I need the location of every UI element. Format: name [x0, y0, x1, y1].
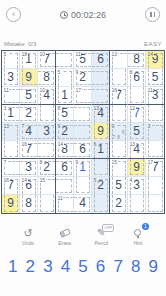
- cage-sum: 4: [129, 178, 133, 184]
- cage-sum: 14: [21, 178, 28, 184]
- cell-r7c6[interactable]: [92, 159, 110, 177]
- cage-sum: 8: [57, 106, 61, 112]
- cell-r3c1[interactable]: 11: [2, 87, 20, 105]
- mistake-label: Mistake:: [4, 41, 26, 47]
- status-row: Mistake: 0/3 EASY: [4, 41, 162, 47]
- cell-r2c5[interactable]: 92: [74, 69, 92, 87]
- cell-r5c8[interactable]: 5: [128, 123, 146, 141]
- cell-r8c3[interactable]: 15: [38, 177, 56, 195]
- mistake-value: 0/3: [28, 41, 36, 47]
- cage-border: [4, 141, 18, 157]
- cage-sum: 14: [147, 52, 154, 58]
- cell-r5c9[interactable]: 3: [146, 123, 164, 141]
- cell-r8c2[interactable]: 146: [20, 177, 38, 195]
- cage-sum: 9: [111, 124, 115, 130]
- cell-r8c7[interactable]: 5: [110, 177, 128, 195]
- cell-r6c6[interactable]: 61: [92, 141, 110, 159]
- cell-r8c4[interactable]: [56, 177, 74, 195]
- cage-sum: 11: [75, 52, 81, 58]
- number-pad: 123456789: [0, 257, 166, 277]
- cell-r5c4[interactable]: 92: [56, 123, 74, 141]
- cell-r7c1[interactable]: 7: [2, 159, 20, 177]
- cell-r9c9[interactable]: [146, 195, 164, 213]
- cage-sum: 17: [75, 88, 82, 94]
- given-digit: 3: [2, 69, 19, 86]
- pencil-button[interactable]: OFF ✎ Pencil: [88, 227, 114, 246]
- given-digit: 3: [20, 159, 37, 176]
- cage-sum: 7: [21, 124, 25, 130]
- given-digit: 1: [56, 87, 73, 104]
- given-digit: 6: [56, 159, 73, 176]
- difficulty-badge: EASY: [144, 41, 162, 47]
- cage-sum: 7: [3, 160, 7, 166]
- cell-r4c4[interactable]: 85: [56, 105, 74, 123]
- cell-r4c6[interactable]: 134: [92, 105, 110, 123]
- cell-r5c6[interactable]: 9: [92, 123, 110, 141]
- cell-r3c9[interactable]: 113: [146, 87, 164, 105]
- cage-border: [74, 125, 90, 139]
- cage-sum: 15: [111, 160, 118, 166]
- cell-r1c4[interactable]: [56, 51, 74, 69]
- numpad-4[interactable]: 4: [61, 257, 70, 277]
- cage-sum: 11: [3, 88, 9, 94]
- cell-r7c2[interactable]: 3: [20, 159, 38, 177]
- cell-r1c2[interactable]: 181: [20, 51, 38, 69]
- cage-sum: 16: [111, 88, 118, 94]
- cage-sum: 3: [3, 106, 7, 112]
- top-bar: ‹ 00:02:26: [6, 6, 160, 23]
- cell-r2c4[interactable]: 5: [56, 69, 74, 87]
- cell-r8c6[interactable]: 52: [92, 177, 110, 195]
- given-digit: 9: [92, 123, 109, 140]
- back-button[interactable]: ‹: [6, 7, 21, 22]
- lightbulb-icon: [134, 229, 141, 236]
- given-digit: 8: [20, 195, 37, 213]
- cage-sum: 14: [57, 142, 64, 148]
- cage-border: [40, 105, 54, 121]
- given-digit: 8: [38, 69, 55, 86]
- cell-r3c3[interactable]: 104: [38, 87, 56, 105]
- given-digit: 9: [2, 195, 19, 213]
- cage-border: [40, 195, 54, 212]
- cell-r4c5[interactable]: [74, 105, 92, 123]
- numpad-1[interactable]: 1: [8, 257, 17, 277]
- numpad-8[interactable]: 8: [131, 257, 140, 277]
- cell-r8c8[interactable]: 43: [128, 177, 146, 195]
- cell-r6c3[interactable]: [38, 141, 56, 159]
- cell-r8c1[interactable]: 167: [2, 177, 20, 195]
- cell-r6c4[interactable]: 148: [56, 141, 74, 159]
- numpad-6[interactable]: 6: [96, 257, 105, 277]
- cell-r2c8[interactable]: 86: [128, 69, 146, 87]
- cage-sum: 10: [39, 88, 46, 94]
- cell-r5c1[interactable]: 13: [2, 123, 20, 141]
- undo-icon: ↺: [23, 228, 32, 239]
- given-digit: 5: [128, 123, 145, 140]
- cage-sum: 8: [39, 160, 43, 166]
- cell-r2c6[interactable]: [92, 69, 110, 87]
- cell-r5c3[interactable]: 3: [38, 123, 56, 141]
- cell-r9c1[interactable]: 9: [2, 195, 20, 213]
- given-digit: 6: [92, 51, 109, 68]
- cell-r7c8[interactable]: 9: [128, 159, 146, 177]
- cage-sum: 5: [93, 178, 97, 184]
- cage-border: [92, 89, 108, 103]
- cage-border: [92, 71, 108, 85]
- cell-r8c9[interactable]: [146, 177, 164, 195]
- cell-r7c4[interactable]: 6: [56, 159, 74, 177]
- cell-r3c8[interactable]: [128, 87, 146, 105]
- pause-icon: [150, 12, 155, 18]
- cage-sum: 5: [57, 70, 61, 76]
- cell-r3c6[interactable]: [92, 87, 110, 105]
- cell-r6c8[interactable]: 134: [128, 141, 146, 159]
- hint-button[interactable]: 1 Hint: [125, 227, 151, 246]
- cell-r1c5[interactable]: 115: [74, 51, 92, 69]
- cell-r1c3[interactable]: 107: [38, 51, 56, 69]
- cage-border: [74, 107, 90, 121]
- cell-r1c8[interactable]: 8: [128, 51, 146, 69]
- cage-border: [130, 195, 144, 212]
- board[interactable]: 5181107115613814939859286511510411716711…: [1, 50, 165, 214]
- cage-border: [56, 179, 72, 193]
- cell-r5c2[interactable]: 74: [20, 123, 38, 141]
- cage-sum: 13: [93, 106, 100, 112]
- cell-r4c8[interactable]: 127: [128, 105, 146, 123]
- cage-sum: 17: [147, 160, 154, 166]
- cage-border: [76, 177, 90, 193]
- cage-sum: 3: [147, 124, 151, 130]
- cage-sum: 11: [57, 196, 63, 202]
- cage-border: [112, 69, 126, 85]
- cell-r2c1[interactable]: 3: [2, 69, 20, 87]
- timer: 00:02:26: [60, 10, 106, 20]
- cage-sum: 9: [57, 124, 61, 130]
- cage-border: [130, 87, 144, 103]
- cell-r6c7[interactable]: [110, 141, 128, 159]
- cage-sum: 6: [93, 142, 97, 148]
- cell-r6c2[interactable]: 167: [20, 141, 38, 159]
- numpad-2[interactable]: 2: [26, 257, 35, 277]
- cage-sum: 10: [39, 52, 46, 58]
- numpad-9[interactable]: 9: [149, 257, 158, 277]
- cell-r2c9[interactable]: 5: [146, 69, 164, 87]
- cage-border: [38, 143, 54, 157]
- cell-r4c1[interactable]: 31: [2, 105, 20, 123]
- cell-r6c1[interactable]: [2, 141, 20, 159]
- cell-r3c4[interactable]: 1: [56, 87, 74, 105]
- hint-count-badge: 1: [142, 223, 149, 230]
- cage-sum: 9: [75, 160, 79, 166]
- cage-border: [56, 53, 72, 67]
- given-digit: 4: [74, 195, 91, 213]
- pencil-off-badge: OFF: [102, 224, 114, 232]
- cell-r4c3[interactable]: [38, 105, 56, 123]
- cell-r1c6[interactable]: 6: [92, 51, 110, 69]
- cage-border: [148, 105, 163, 121]
- undo-label: Undo: [22, 240, 34, 246]
- given-digit: 5: [110, 177, 127, 194]
- cage-sum: 13: [129, 142, 136, 148]
- cage-sum: 9: [75, 70, 79, 76]
- eraser-icon: [59, 228, 70, 237]
- cage-sum: 12: [129, 106, 136, 112]
- cage-border: [148, 141, 163, 157]
- cage-border: [112, 141, 126, 157]
- cell-r4c2[interactable]: 2: [20, 105, 38, 123]
- timer-value: 00:02:26: [71, 10, 106, 20]
- cage-border: [148, 195, 163, 212]
- cage-sum: 8: [129, 70, 133, 76]
- cage-sum: 15: [39, 178, 46, 184]
- numpad-3[interactable]: 3: [43, 257, 52, 277]
- cage-sum: 16: [21, 142, 28, 148]
- cage-sum: 13: [111, 52, 118, 58]
- pencil-label: Pencil: [95, 240, 109, 246]
- given-digit: 8: [128, 51, 145, 68]
- clock-icon: [60, 11, 68, 19]
- cell-r1c9[interactable]: 149: [146, 51, 164, 69]
- cell-r5c7[interactable]: 91678: [110, 123, 128, 141]
- cell-r5c5[interactable]: [74, 123, 92, 141]
- pause-button[interactable]: [145, 7, 160, 22]
- erase-label: Erase: [58, 240, 71, 246]
- mistake-counter: Mistake: 0/3: [4, 41, 36, 47]
- given-digit: 9: [20, 69, 37, 86]
- cage-sum: 11: [147, 88, 153, 94]
- given-digit: 5: [146, 69, 164, 86]
- cell-r2c2[interactable]: 9: [20, 69, 38, 87]
- undo-button[interactable]: ↺ Undo: [15, 227, 41, 246]
- cell-r4c9[interactable]: [146, 105, 164, 123]
- cell-r7c7[interactable]: 15: [110, 159, 128, 177]
- cell-r9c8[interactable]: [128, 195, 146, 213]
- numpad-7[interactable]: 7: [113, 257, 122, 277]
- cell-r9c7[interactable]: 2: [110, 195, 128, 213]
- cage-sum: 13: [3, 124, 10, 130]
- back-chevron-icon: ‹: [12, 10, 15, 19]
- cell-r8c5[interactable]: [74, 177, 92, 195]
- cell-r3c2[interactable]: 5: [20, 87, 38, 105]
- cell-r9c5[interactable]: 4: [74, 195, 92, 213]
- cell-r2c3[interactable]: 8: [38, 69, 56, 87]
- given-digit: 9: [128, 159, 145, 176]
- cell-r9c2[interactable]: 8: [20, 195, 38, 213]
- cage-border: [112, 105, 126, 121]
- hint-label: Hint: [134, 240, 143, 246]
- cell-r6c5[interactable]: 6: [74, 141, 92, 159]
- cell-r3c5[interactable]: 17: [74, 87, 92, 105]
- cage-sum: 16: [3, 178, 10, 184]
- cell-r1c1[interactable]: 5: [2, 51, 20, 69]
- numpad-5[interactable]: 5: [78, 257, 87, 277]
- cage-sum: 5: [3, 52, 7, 58]
- cell-r7c5[interactable]: 91: [74, 159, 92, 177]
- given-digit: 5: [20, 87, 37, 104]
- toolbar: ↺ Undo Erase OFF ✎ Pencil 1 Hint: [0, 227, 166, 246]
- given-digit: 2: [20, 105, 37, 122]
- cell-r6c9[interactable]: [146, 141, 164, 159]
- pencil-mark-8: 8: [116, 135, 121, 140]
- given-digit: 6: [74, 141, 91, 158]
- cell-r9c3[interactable]: [38, 195, 56, 213]
- cage-sum: 18: [21, 52, 28, 58]
- cell-r4c7[interactable]: [110, 105, 128, 123]
- cage-border: [148, 177, 163, 194]
- given-digit: 3: [38, 123, 55, 140]
- given-digit: 2: [110, 195, 127, 213]
- cell-r3c7[interactable]: 167: [110, 87, 128, 105]
- cage-border: [94, 195, 108, 212]
- cell-r1c7[interactable]: 13: [110, 51, 128, 69]
- cell-r7c3[interactable]: 82: [38, 159, 56, 177]
- pencil-mark-6: 6: [121, 130, 126, 135]
- erase-button[interactable]: Erase: [52, 227, 78, 246]
- cell-r9c4[interactable]: 11: [56, 195, 74, 213]
- cell-r9c6[interactable]: [92, 195, 110, 213]
- cage-border: [94, 159, 108, 175]
- cell-r2c7[interactable]: [110, 69, 128, 87]
- cell-r7c9[interactable]: 177: [146, 159, 164, 177]
